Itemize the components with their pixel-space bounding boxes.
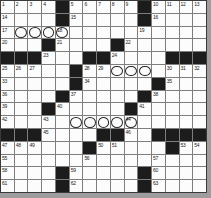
cell-r5c6[interactable] <box>70 52 83 64</box>
cell-r13c10[interactable] <box>125 155 138 167</box>
clue-number: 37 <box>71 91 76 97</box>
black-cell-r11c2 <box>15 129 28 141</box>
cell-r15c15[interactable] <box>193 180 206 192</box>
cell-r13c6[interactable] <box>70 155 83 167</box>
clue-number: 29 <box>98 65 103 71</box>
cell-r4c3[interactable] <box>28 39 41 51</box>
cell-r7c7[interactable]: 34 <box>83 78 96 90</box>
cell-r15c10[interactable] <box>125 180 138 192</box>
cell-r6c13[interactable]: 30 <box>166 65 179 77</box>
clue-number: 18 <box>57 27 62 33</box>
black-cell-r5c2 <box>15 52 28 64</box>
cell-r1c14[interactable]: 12 <box>180 1 193 13</box>
cell-r6c12[interactable] <box>152 65 165 77</box>
black-cell-r11c8 <box>97 129 110 141</box>
clue-number: 3 <box>29 1 31 7</box>
cell-r1c2[interactable]: 2 <box>15 1 28 13</box>
cell-r8c8[interactable] <box>97 91 110 103</box>
clue-number: 35 <box>167 78 172 84</box>
cell-r1c1[interactable]: 1 <box>1 1 14 13</box>
cell-r10c10[interactable]: 44 <box>125 116 138 128</box>
cell-r13c1[interactable]: 55 <box>1 155 14 167</box>
black-cell-r9c10 <box>125 103 138 115</box>
cell-r6c2[interactable]: 26 <box>15 65 28 77</box>
clue-number: 44 <box>126 116 131 122</box>
black-cell-r11c13 <box>166 129 179 141</box>
clue-number: 6 <box>84 1 86 7</box>
cell-r14c8[interactable] <box>97 167 110 179</box>
clue-number: 54 <box>194 142 199 148</box>
cell-r13c12[interactable]: 57 <box>152 155 165 167</box>
cell-r5c4[interactable]: 23 <box>42 52 55 64</box>
cell-r9c7[interactable] <box>83 103 96 115</box>
cell-r11c5[interactable] <box>56 129 69 141</box>
black-cell-r2c11 <box>138 14 151 26</box>
cell-r4c11[interactable] <box>138 39 151 51</box>
clue-number: 50 <box>98 142 103 148</box>
black-cell-r11c3 <box>28 129 41 141</box>
cell-r15c14[interactable] <box>180 180 193 192</box>
cell-r10c7[interactable] <box>83 116 96 128</box>
cell-r14c1[interactable]: 58 <box>1 167 14 179</box>
black-cell-r15c5 <box>56 180 69 192</box>
cell-r1c8[interactable]: 7 <box>97 1 110 13</box>
clue-number: 59 <box>71 167 76 173</box>
cell-r6c5[interactable] <box>56 65 69 77</box>
cell-r10c3[interactable] <box>28 116 41 128</box>
cell-r9c1[interactable]: 39 <box>1 103 14 115</box>
cell-r1c9[interactable]: 8 <box>111 1 124 13</box>
cell-r12c14[interactable]: 53 <box>180 142 193 154</box>
cell-r4c2[interactable] <box>15 39 28 51</box>
cell-r2c8[interactable] <box>97 14 110 26</box>
cell-r2c7[interactable] <box>83 14 96 26</box>
cell-r6c4[interactable] <box>42 65 55 77</box>
cell-r14c7[interactable] <box>83 167 96 179</box>
cell-r4c5[interactable]: 21 <box>56 39 69 51</box>
black-cell-r5c8 <box>97 52 110 64</box>
cell-r14c2[interactable] <box>15 167 28 179</box>
cell-r8c3[interactable] <box>28 91 41 103</box>
cell-r9c14[interactable] <box>180 103 193 115</box>
cell-r12c2[interactable]: 48 <box>15 142 28 154</box>
black-cell-r14c11 <box>138 167 151 179</box>
page-background: 1234567891011121314151617181920212223242… <box>0 0 211 198</box>
cell-r10c4[interactable]: 43 <box>42 116 55 128</box>
clue-number: 36 <box>2 91 7 97</box>
clue-number: 38 <box>153 91 158 97</box>
cell-r15c13[interactable] <box>166 180 179 192</box>
cell-r1c12[interactable]: 10 <box>152 1 165 13</box>
cell-r5c12[interactable] <box>152 52 165 64</box>
clue-number: 30 <box>167 65 172 71</box>
cell-r13c9[interactable] <box>111 155 124 167</box>
clue-number: 27 <box>29 65 34 71</box>
cell-r5c11[interactable] <box>138 52 151 64</box>
cell-r8c12[interactable]: 38 <box>152 91 165 103</box>
clue-number: 58 <box>2 167 7 173</box>
cell-r11c4[interactable]: 45 <box>42 129 55 141</box>
cell-r1c7[interactable]: 6 <box>83 1 96 13</box>
cell-r15c1[interactable]: 61 <box>1 180 14 192</box>
cell-r3c13[interactable] <box>166 27 179 39</box>
cell-r2c10[interactable] <box>125 14 138 26</box>
cell-r8c1[interactable]: 36 <box>1 91 14 103</box>
clue-number: 63 <box>153 180 158 186</box>
cell-r13c8[interactable] <box>97 155 110 167</box>
clue-number: 48 <box>16 142 21 148</box>
cell-r8c7[interactable] <box>83 91 96 103</box>
clue-number: 25 <box>2 65 7 71</box>
cell-r9c9[interactable] <box>111 103 124 115</box>
cell-r10c12[interactable] <box>152 116 165 128</box>
black-cell-r4c4 <box>42 39 55 51</box>
clue-number: 43 <box>43 116 48 122</box>
clue-number: 23 <box>43 52 48 58</box>
black-cell-r11c9 <box>111 129 124 141</box>
cell-r15c6[interactable]: 62 <box>70 180 83 192</box>
clue-number: 20 <box>2 39 7 45</box>
clue-number: 55 <box>2 155 7 161</box>
cell-r6c11[interactable] <box>138 65 151 77</box>
cell-r2c13[interactable] <box>166 14 179 26</box>
clue-number: 15 <box>71 14 76 20</box>
cell-r12c10[interactable] <box>125 142 138 154</box>
cell-r11c10[interactable]: 46 <box>125 129 138 141</box>
circle-marker <box>43 27 55 38</box>
clue-number: 16 <box>153 14 158 20</box>
black-cell-r5c14 <box>180 52 193 64</box>
cell-r13c14[interactable] <box>180 155 193 167</box>
black-cell-r11c1 <box>1 129 14 141</box>
cell-r14c14[interactable] <box>180 167 193 179</box>
cell-r2c4[interactable] <box>42 14 55 26</box>
cell-r1c3[interactable]: 3 <box>28 1 41 13</box>
cell-r9c15[interactable] <box>193 103 206 115</box>
cell-r9c12[interactable] <box>152 103 165 115</box>
black-cell-r11c14 <box>180 129 193 141</box>
black-cell-r8c5 <box>56 91 69 103</box>
clue-number: 14 <box>2 14 7 20</box>
cell-r14c9[interactable] <box>111 167 124 179</box>
cell-r12c15[interactable]: 54 <box>193 142 206 154</box>
cell-r3c12[interactable] <box>152 27 165 39</box>
cell-r10c6[interactable] <box>70 116 83 128</box>
cell-r9c6[interactable] <box>70 103 83 115</box>
cell-r8c14[interactable] <box>180 91 193 103</box>
cell-r14c12[interactable]: 60 <box>152 167 165 179</box>
cell-r6c3[interactable]: 27 <box>28 65 41 77</box>
clue-number: 46 <box>126 129 131 135</box>
black-cell-r11c12 <box>152 129 165 141</box>
black-cell-r5c3 <box>28 52 41 64</box>
cell-r3c3[interactable] <box>28 27 41 39</box>
cell-r7c11[interactable] <box>138 78 151 90</box>
cell-r8c4[interactable] <box>42 91 55 103</box>
circle-marker <box>98 117 110 128</box>
cell-r7c15[interactable] <box>193 78 206 90</box>
cell-r10c14[interactable] <box>180 116 193 128</box>
cell-r4c10[interactable]: 22 <box>125 39 138 51</box>
cell-r1c15[interactable]: 13 <box>193 1 206 13</box>
clue-number: 7 <box>98 1 100 7</box>
cell-r4c6[interactable] <box>70 39 83 51</box>
cell-r7c13[interactable]: 35 <box>166 78 179 90</box>
cell-r7c10[interactable] <box>125 78 138 90</box>
black-cell-r9c4 <box>42 103 55 115</box>
cell-r9c3[interactable] <box>28 103 41 115</box>
clue-number: 40 <box>57 103 62 109</box>
clue-number: 8 <box>112 1 114 7</box>
cell-r4c15[interactable] <box>193 39 206 51</box>
black-cell-r2c5 <box>56 14 69 26</box>
cell-r2c1[interactable]: 14 <box>1 14 14 26</box>
cell-r13c4[interactable] <box>42 155 55 167</box>
clue-number: 13 <box>194 1 199 7</box>
cell-r3c15[interactable] <box>193 27 206 39</box>
cell-r3c11[interactable]: 19 <box>138 27 151 39</box>
black-cell-r15c11 <box>138 180 151 192</box>
cell-r14c4[interactable] <box>42 167 55 179</box>
cell-r12c1[interactable]: 47 <box>1 142 14 154</box>
cell-r1c10[interactable]: 9 <box>125 1 138 13</box>
cell-r7c8[interactable] <box>97 78 110 90</box>
cell-r8c9[interactable] <box>111 91 124 103</box>
cell-r7c3[interactable] <box>28 78 41 90</box>
cell-r3c2[interactable] <box>15 27 28 39</box>
cell-r15c4[interactable] <box>42 180 55 192</box>
cell-r2c2[interactable] <box>15 14 28 26</box>
clue-number: 60 <box>153 167 158 173</box>
clue-number: 5 <box>71 1 73 7</box>
cell-r15c2[interactable] <box>15 180 28 192</box>
clue-number: 4 <box>43 1 45 7</box>
cell-r3c7[interactable] <box>83 27 96 39</box>
clue-number: 17 <box>2 27 7 33</box>
black-cell-r12c13: 52 <box>166 142 179 154</box>
circle-marker <box>111 66 123 77</box>
cell-r6c8[interactable]: 29 <box>97 65 110 77</box>
black-cell-r8c11 <box>138 91 151 103</box>
clue-number: 47 <box>2 142 7 148</box>
cell-r12c8[interactable]: 50 <box>97 142 110 154</box>
cell-r7c14[interactable] <box>180 78 193 90</box>
cell-r10c1[interactable]: 42 <box>1 116 14 128</box>
clue-number: 19 <box>139 27 144 33</box>
clue-number: 34 <box>84 78 89 84</box>
circle-marker <box>29 27 41 38</box>
cell-r15c12[interactable]: 63 <box>152 180 165 192</box>
cell-r6c7[interactable]: 28 <box>83 65 96 77</box>
black-cell-r5c13 <box>166 52 179 64</box>
cell-r2c6[interactable]: 15 <box>70 14 83 26</box>
cell-r1c6[interactable]: 5 <box>70 1 83 13</box>
cell-r5c10[interactable] <box>125 52 138 64</box>
cell-r4c8[interactable] <box>97 39 110 51</box>
clue-number: 61 <box>2 180 7 186</box>
cell-r2c14[interactable] <box>180 14 193 26</box>
cell-r15c3[interactable] <box>28 180 41 192</box>
clue-number: 45 <box>43 129 48 135</box>
clue-number: 31 <box>181 65 186 71</box>
black-cell-r14c5 <box>56 167 69 179</box>
cell-r5c5[interactable] <box>56 52 69 64</box>
cell-r3c10[interactable] <box>125 27 138 39</box>
circle-marker <box>139 66 151 77</box>
cell-r1c4[interactable]: 4 <box>42 1 55 13</box>
cell-r10c13[interactable] <box>166 116 179 128</box>
cell-r4c12[interactable] <box>152 39 165 51</box>
cell-r13c15[interactable] <box>193 155 206 167</box>
cell-r12c5[interactable] <box>56 142 69 154</box>
clue-number: 26 <box>16 65 21 71</box>
clue-number: 57 <box>153 155 158 161</box>
cell-r4c14[interactable] <box>180 39 193 51</box>
cell-r12c4[interactable] <box>42 142 55 154</box>
clue-number: 42 <box>2 116 7 122</box>
cell-r6c10[interactable] <box>125 65 138 77</box>
cell-r13c5[interactable] <box>56 155 69 167</box>
cell-r9c5[interactable]: 40 <box>56 103 69 115</box>
cell-r2c9[interactable] <box>111 14 124 26</box>
cell-r2c15[interactable] <box>193 14 206 26</box>
black-cell-r1c5 <box>56 1 69 13</box>
cell-r9c8[interactable] <box>97 103 110 115</box>
cell-r13c3[interactable] <box>28 155 41 167</box>
clue-number: 53 <box>181 142 186 148</box>
cell-r6c14[interactable]: 31 <box>180 65 193 77</box>
cell-r7c4[interactable] <box>42 78 55 90</box>
clue-number: 10 <box>153 1 158 7</box>
cell-r6c9[interactable] <box>111 65 124 77</box>
clue-number: 33 <box>2 78 7 84</box>
cell-r11c11[interactable] <box>138 129 151 141</box>
circle-marker <box>125 66 137 77</box>
black-cell-r1c11 <box>138 1 151 13</box>
cell-r9c11[interactable]: 41 <box>138 103 151 115</box>
cell-r10c9[interactable] <box>111 116 124 128</box>
black-cell-r5c15 <box>193 52 206 64</box>
clue-number: 39 <box>2 103 7 109</box>
circle-marker <box>111 117 123 128</box>
black-cell-r12c7 <box>83 142 96 154</box>
black-cell-r4c9 <box>111 39 124 51</box>
clue-number: 52 <box>167 142 172 148</box>
cell-r6c15[interactable]: 32 <box>193 65 206 77</box>
clue-number: 51 <box>112 142 117 148</box>
cell-r14c15[interactable] <box>193 167 206 179</box>
clue-number: 21 <box>57 39 62 45</box>
clue-number: 1 <box>2 1 4 7</box>
cell-r3c4[interactable] <box>42 27 55 39</box>
cell-r9c13[interactable] <box>166 103 179 115</box>
circle-marker <box>15 27 27 38</box>
cell-r14c13[interactable] <box>166 167 179 179</box>
cell-r10c15[interactable] <box>193 116 206 128</box>
cell-r4c13[interactable] <box>166 39 179 51</box>
clue-number: 9 <box>126 1 128 7</box>
circle-marker <box>84 117 96 128</box>
clue-number: 56 <box>84 155 89 161</box>
cell-r10c8[interactable] <box>97 116 110 128</box>
cell-r13c2[interactable] <box>15 155 28 167</box>
cell-r4c1[interactable]: 20 <box>1 39 14 51</box>
cell-r7c1[interactable]: 33 <box>1 78 14 90</box>
cell-r15c7[interactable] <box>83 180 96 192</box>
clue-number: 12 <box>181 1 186 7</box>
cell-r4c7[interactable] <box>83 39 96 51</box>
cell-r15c9[interactable] <box>111 180 124 192</box>
cell-r11c7[interactable] <box>83 129 96 141</box>
black-cell-r11c15 <box>193 129 206 141</box>
clue-number: 49 <box>29 142 34 148</box>
cell-r10c2[interactable] <box>15 116 28 128</box>
cell-r8c13[interactable] <box>166 91 179 103</box>
cell-r12c12[interactable] <box>152 142 165 154</box>
cell-r8c2[interactable] <box>15 91 28 103</box>
cell-r12c3[interactable]: 49 <box>28 142 41 154</box>
cell-r7c2[interactable] <box>15 78 28 90</box>
cell-r8c15[interactable] <box>193 91 206 103</box>
clue-number: 22 <box>126 39 131 45</box>
clue-number: 62 <box>71 180 76 186</box>
cell-r3c9[interactable] <box>111 27 124 39</box>
black-cell-r6c6 <box>70 65 83 77</box>
clue-number: 32 <box>194 65 199 71</box>
cell-r14c10[interactable] <box>125 167 138 179</box>
cell-r10c11[interactable] <box>138 116 151 128</box>
cell-r13c11[interactable] <box>138 155 151 167</box>
cell-r3c1[interactable]: 17 <box>1 27 14 39</box>
cell-r15c8[interactable] <box>97 180 110 192</box>
cell-r3c5[interactable]: 18 <box>56 27 69 39</box>
cell-r3c8[interactable] <box>97 27 110 39</box>
cell-r12c11[interactable] <box>138 142 151 154</box>
cell-r7c9[interactable] <box>111 78 124 90</box>
cell-r6c1[interactable]: 25 <box>1 65 14 77</box>
clue-number: 24 <box>112 52 117 58</box>
circle-marker <box>70 117 82 128</box>
cell-r9c2[interactable] <box>15 103 28 115</box>
cell-r3c14[interactable] <box>180 27 193 39</box>
cell-r5c9[interactable]: 24 <box>111 52 124 64</box>
cell-r8c6[interactable]: 37 <box>70 91 83 103</box>
black-cell-r5c1 <box>1 52 14 64</box>
cell-r12c9[interactable]: 51 <box>111 142 124 154</box>
black-cell-r5c7 <box>83 52 96 64</box>
clue-number: 41 <box>139 103 144 109</box>
cell-r7c5[interactable] <box>56 78 69 90</box>
clue-number: 2 <box>16 1 18 7</box>
cell-r2c3[interactable] <box>28 14 41 26</box>
cell-r3c6[interactable] <box>70 27 83 39</box>
cell-r12c6[interactable] <box>70 142 83 154</box>
black-cell-r7c12 <box>152 78 165 90</box>
cell-r1c13[interactable]: 11 <box>166 1 179 13</box>
cell-r14c3[interactable] <box>28 167 41 179</box>
cell-r10c5[interactable] <box>56 116 69 128</box>
cell-r2c12[interactable]: 16 <box>152 14 165 26</box>
cell-r8c10[interactable] <box>125 91 138 103</box>
clue-number: 28 <box>84 65 89 71</box>
cell-r13c13[interactable] <box>166 155 179 167</box>
clue-number: 11 <box>167 1 172 7</box>
cell-r13c7[interactable]: 56 <box>83 155 96 167</box>
cell-r14c6[interactable]: 59 <box>70 167 83 179</box>
crossword-board: 1234567891011121314151617181920212223242… <box>0 0 207 193</box>
cell-r11c6[interactable] <box>70 129 83 141</box>
black-cell-r7c6 <box>70 78 83 90</box>
